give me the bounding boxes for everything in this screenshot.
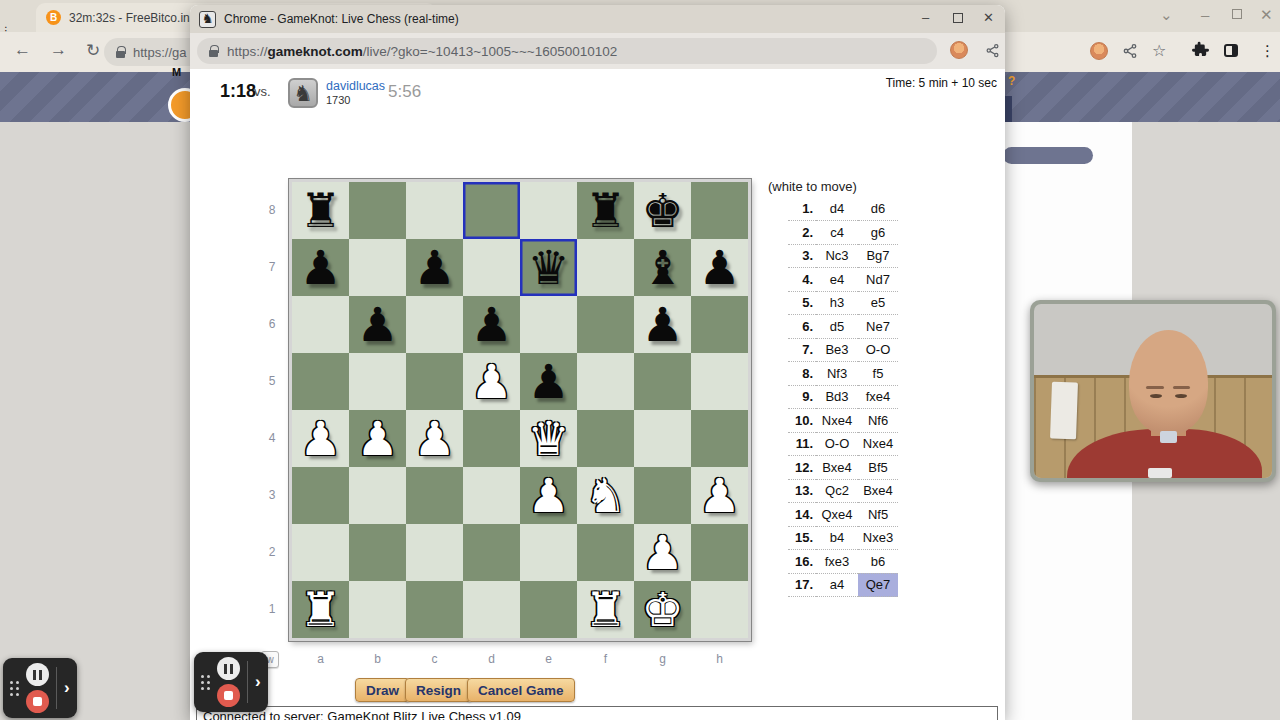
rank-label-4: 4 (262, 410, 282, 467)
piece-wN-f3[interactable]: ♞ (584, 467, 626, 524)
square-e7[interactable]: ♛ (520, 239, 577, 296)
move-number: 12. (788, 456, 816, 480)
square-a4[interactable]: ♟ (292, 410, 349, 467)
popup-minimize-icon[interactable]: – (922, 10, 929, 25)
square-b3[interactable] (349, 467, 406, 524)
bg-restore-icon[interactable] (1232, 9, 1242, 19)
piece-bB-g7[interactable]: ♝ (641, 239, 683, 296)
freebitco-logo-text: M (172, 66, 181, 78)
move-row-4.: 4.e4Nd7 (788, 268, 898, 292)
file-label-e: e (520, 652, 577, 666)
bookmark-star-icon[interactable]: ☆ (1152, 41, 1166, 60)
square-c1[interactable] (406, 581, 463, 638)
move-row-17.: 17.a4Qe7 (788, 573, 898, 597)
webcam-person-brow (1146, 386, 1163, 389)
white-move[interactable]: h3 (816, 291, 858, 315)
square-a5[interactable] (292, 353, 349, 410)
move-number: 14. (788, 503, 816, 527)
black-move[interactable]: fxe4 (858, 385, 898, 409)
piece-bP-h7[interactable]: ♟ (698, 239, 740, 296)
square-h4[interactable] (691, 410, 748, 467)
screen: B 32m:32s - FreeBitco.in - Win f ⌄ – ✕ ⋮… (0, 0, 1280, 720)
piece-bP-b6[interactable]: ♟ (356, 296, 398, 353)
rank-label-5: 5 (262, 353, 282, 410)
time-control-label: Time: 5 min + 10 sec (886, 76, 997, 90)
piece-wP-b4[interactable]: ♟ (356, 410, 398, 467)
divider (247, 661, 248, 703)
server-log: Connected to server: GameKnot Blitz Live… (196, 706, 998, 720)
piece-bQ-e7[interactable]: ♛ (527, 239, 569, 296)
white-move[interactable]: Nxe4 (816, 409, 858, 433)
recording-toolbar: › (3, 658, 77, 718)
square-f5[interactable] (577, 353, 634, 410)
square-b5[interactable] (349, 353, 406, 410)
piece-bP-c7[interactable]: ♟ (413, 239, 455, 296)
expand-chevron-icon[interactable]: › (64, 678, 70, 698)
rank-label-8: 8 (262, 182, 282, 239)
piece-wR-f1[interactable]: ♜ (584, 581, 626, 638)
square-d6[interactable]: ♟ (463, 296, 520, 353)
file-label-f: f (577, 652, 634, 666)
square-e8[interactable] (520, 182, 577, 239)
share-icon[interactable] (1122, 43, 1138, 59)
webcam-video (1034, 304, 1272, 478)
file-label-b: b (349, 652, 406, 666)
webcam-overlay[interactable] (1030, 300, 1276, 482)
piece-wP-d5[interactable]: ♟ (470, 353, 512, 410)
move-number: 7. (788, 338, 816, 362)
square-a2[interactable] (292, 524, 349, 581)
piece-wQ-e4[interactable]: ♛ (527, 410, 569, 467)
file-labels: abcdefgh (292, 652, 748, 666)
square-g1[interactable]: ♚ (634, 581, 691, 638)
popup-close-icon[interactable]: ✕ (983, 10, 994, 25)
bg-minimize-icon[interactable]: – (1201, 6, 1209, 23)
popup-omnibox[interactable]: https://gameknot.com/live/?gko=~10413~10… (197, 38, 937, 64)
white-move[interactable]: c4 (816, 221, 858, 245)
rank-label-2: 2 (262, 524, 282, 581)
expand-chevron-icon[interactable]: › (255, 672, 261, 692)
square-f6[interactable] (577, 296, 634, 353)
square-f4[interactable] (577, 410, 634, 467)
move-number: 9. (788, 385, 816, 409)
black-move[interactable]: Nxe4 (858, 432, 898, 456)
pause-button[interactable] (217, 657, 240, 680)
square-f8[interactable]: ♜ (577, 182, 634, 239)
opponent-avatar-knight-icon: ♞ (288, 78, 318, 108)
square-d1[interactable] (463, 581, 520, 638)
square-b8[interactable] (349, 182, 406, 239)
square-e1[interactable] (520, 581, 577, 638)
popup-title: Chrome - GameKnot: Live Chess (real-time… (224, 12, 459, 26)
square-h2[interactable] (691, 524, 748, 581)
square-g2[interactable]: ♟ (634, 524, 691, 581)
webcam-person-collar (1160, 431, 1177, 443)
black-move[interactable]: g6 (858, 221, 898, 245)
move-row-16.: 16.fxe3b6 (788, 550, 898, 574)
menu-kebab-icon[interactable]: ⋮ (1260, 42, 1275, 60)
square-d5[interactable]: ♟ (463, 353, 520, 410)
pause-button[interactable] (26, 663, 49, 686)
move-row-1.: 1.d4d6 (788, 197, 898, 221)
square-c3[interactable] (406, 467, 463, 524)
webcam-person-brow (1173, 386, 1190, 389)
square-a6[interactable] (292, 296, 349, 353)
move-row-2.: 2.c4g6 (788, 221, 898, 245)
draw-button[interactable]: Draw (355, 678, 410, 702)
white-move[interactable]: Qc2 (816, 479, 858, 503)
piece-bR-a8[interactable]: ♜ (299, 182, 341, 239)
square-a8[interactable]: ♜ (292, 182, 349, 239)
reload-icon[interactable]: ↻ (86, 40, 100, 61)
gameknot-window: ♞ Chrome - GameKnot: Live Chess (real-ti… (190, 5, 1005, 720)
share-icon[interactable] (985, 43, 1000, 58)
square-e5[interactable]: ♟ (520, 353, 577, 410)
file-label-d: d (463, 652, 520, 666)
piece-wP-a4[interactable]: ♟ (299, 410, 341, 467)
piece-wK-g1[interactable]: ♚ (641, 581, 683, 638)
webcam-towel (1050, 382, 1078, 440)
black-move[interactable]: Bxe4 (858, 479, 898, 503)
move-number: 15. (788, 526, 816, 550)
log-line: Connected to server: GameKnot Blitz Live… (203, 709, 991, 720)
black-move[interactable]: Nf6 (858, 409, 898, 433)
square-e2[interactable] (520, 524, 577, 581)
lock-icon (116, 51, 125, 58)
game-page: 1:18 vs. ♞ davidlucas 1730 5:56 Time: 5 … (190, 69, 1005, 720)
move-row-3.: 3.Nc3Bg7 (788, 244, 898, 268)
square-d3[interactable] (463, 467, 520, 524)
move-number: 4. (788, 268, 816, 292)
my-clock: 1:18 (220, 81, 256, 102)
piece-wP-c4[interactable]: ♟ (413, 410, 455, 467)
square-g4[interactable] (634, 410, 691, 467)
square-d2[interactable] (463, 524, 520, 581)
square-a1[interactable]: ♜ (292, 581, 349, 638)
opponent-clock: 5:56 (388, 82, 421, 102)
move-number: 17. (788, 573, 816, 597)
black-move[interactable]: Nd7 (858, 268, 898, 292)
move-number: 6. (788, 315, 816, 339)
forward-icon[interactable]: → (50, 40, 67, 60)
black-move[interactable]: Nf5 (858, 503, 898, 527)
rank-label-6: 6 (262, 296, 282, 353)
move-number: 5. (788, 291, 816, 315)
webcam-person-eye (1175, 394, 1188, 398)
desktop-left (0, 122, 190, 720)
black-move[interactable]: e5 (858, 291, 898, 315)
square-h8[interactable] (691, 182, 748, 239)
square-f7[interactable] (577, 239, 634, 296)
black-move[interactable]: f5 (858, 362, 898, 386)
profile-avatar-icon[interactable] (1090, 42, 1108, 60)
opponent-name-link[interactable]: davidlucas (326, 79, 385, 93)
bg-close-icon[interactable]: ✕ (1260, 6, 1273, 24)
move-number: 13. (788, 479, 816, 503)
square-h3[interactable]: ♟ (691, 467, 748, 524)
move-list: 1.d4d62.c4g63.Nc3Bg74.e4Nd75.h3e56.d5Ne7… (788, 197, 898, 597)
square-b4[interactable]: ♟ (349, 410, 406, 467)
white-move[interactable]: a4 (816, 573, 858, 597)
square-f1[interactable]: ♜ (577, 581, 634, 638)
cancel-game-button[interactable]: Cancel Game (467, 678, 575, 702)
move-row-8.: 8.Nf3f5 (788, 362, 898, 386)
popup-url-bar: https://gameknot.com/live/?gko=~10413~10… (190, 33, 1005, 69)
piece-bP-e5[interactable]: ♟ (527, 353, 569, 410)
rank-label-7: 7 (262, 239, 282, 296)
popup-maximize-icon[interactable] (953, 13, 963, 23)
white-move[interactable]: Nf3 (816, 362, 858, 386)
background-url: https://ga (133, 45, 186, 60)
square-h1[interactable] (691, 581, 748, 638)
square-f3[interactable]: ♞ (577, 467, 634, 524)
white-move[interactable]: O-O (816, 432, 858, 456)
file-label-g: g (634, 652, 691, 666)
profile-avatar-icon[interactable] (950, 41, 968, 59)
drag-handle-icon[interactable] (201, 675, 210, 690)
square-d7[interactable] (463, 239, 520, 296)
square-e4[interactable]: ♛ (520, 410, 577, 467)
move-row-10.: 10.Nxe4Nf6 (788, 409, 898, 433)
square-b6[interactable]: ♟ (349, 296, 406, 353)
piece-wP-g2[interactable]: ♟ (641, 524, 683, 581)
board-frame: ♜♜♚♟♟♛♝♟♟♟♟♟♟♟♟♟♛♟♞♟♟♜♜♚ (289, 179, 751, 641)
move-number: 16. (788, 550, 816, 574)
square-e3[interactable]: ♟ (520, 467, 577, 524)
black-move[interactable]: Nxe3 (858, 526, 898, 550)
white-move[interactable]: b4 (816, 526, 858, 550)
square-e6[interactable] (520, 296, 577, 353)
move-number: 8. (788, 362, 816, 386)
square-h5[interactable] (691, 353, 748, 410)
square-g7[interactable]: ♝ (634, 239, 691, 296)
white-move[interactable]: Bxe4 (816, 456, 858, 480)
move-number: 10. (788, 409, 816, 433)
gameknot-knight-favicon: ♞ (199, 11, 216, 28)
square-g5[interactable] (634, 353, 691, 410)
file-label-h: h (691, 652, 748, 666)
white-move[interactable]: fxe3 (816, 550, 858, 574)
white-move[interactable]: Nc3 (816, 244, 858, 268)
square-h7[interactable]: ♟ (691, 239, 748, 296)
drag-handle-icon[interactable] (10, 681, 19, 696)
square-b7[interactable] (349, 239, 406, 296)
white-move[interactable]: e4 (816, 268, 858, 292)
black-move[interactable]: Bf5 (858, 456, 898, 480)
move-row-6.: 6.d5Ne7 (788, 315, 898, 339)
black-move[interactable]: b6 (858, 550, 898, 574)
black-move[interactable]: O-O (858, 338, 898, 362)
square-c7[interactable]: ♟ (406, 239, 463, 296)
square-b2[interactable] (349, 524, 406, 581)
rank-label-3: 3 (262, 467, 282, 524)
move-row-15.: 15.b4Nxe3 (788, 526, 898, 550)
square-f2[interactable] (577, 524, 634, 581)
webcam-person-head (1129, 330, 1208, 434)
resign-button[interactable]: Resign (405, 678, 472, 702)
rank-labels: 87654321 (262, 182, 282, 638)
recording-toolbar: › (194, 652, 268, 712)
move-row-5.: 5.h3e5 (788, 291, 898, 315)
black-move-current[interactable]: Qe7 (858, 573, 898, 597)
square-h6[interactable] (691, 296, 748, 353)
black-move[interactable]: d6 (858, 197, 898, 221)
popup-url: https://gameknot.com/live/?gko=~10413~10… (227, 44, 617, 59)
move-number: 1. (788, 197, 816, 221)
stop-button[interactable] (26, 690, 49, 713)
file-label-c: c (406, 652, 463, 666)
back-icon[interactable]: ← (14, 40, 31, 60)
stop-button[interactable] (217, 684, 240, 707)
black-move[interactable]: Bg7 (858, 244, 898, 268)
black-move[interactable]: Ne7 (858, 315, 898, 339)
move-row-9.: 9.Bd3fxe4 (788, 385, 898, 409)
square-c2[interactable] (406, 524, 463, 581)
square-a3[interactable] (292, 467, 349, 524)
piece-bP-a7[interactable]: ♟ (299, 239, 341, 296)
divider (56, 667, 57, 709)
webcam-person-eye (1150, 394, 1163, 398)
white-move[interactable]: Qxe4 (816, 503, 858, 527)
move-number: 11. (788, 432, 816, 456)
move-row-14.: 14.Qxe4Nf5 (788, 503, 898, 527)
vs-label: vs. (254, 84, 271, 99)
piece-bP-d6[interactable]: ♟ (470, 296, 512, 353)
white-move[interactable]: d5 (816, 315, 858, 339)
white-move[interactable]: Be3 (816, 338, 858, 362)
popup-title-bar[interactable]: ♞ Chrome - GameKnot: Live Chess (real-ti… (190, 5, 1005, 33)
chess-board: ♜♜♚♟♟♛♝♟♟♟♟♟♟♟♟♟♛♟♞♟♟♜♜♚ (292, 182, 748, 638)
bitcoin-icon: B (46, 10, 61, 25)
turn-status: (white to move) (768, 179, 857, 194)
square-g3[interactable] (634, 467, 691, 524)
square-g6[interactable]: ♟ (634, 296, 691, 353)
extensions-icon[interactable] (1192, 41, 1209, 58)
white-move[interactable]: d4 (816, 197, 858, 221)
move-row-11.: 11.O-ONxe4 (788, 432, 898, 456)
square-c5[interactable] (406, 353, 463, 410)
white-move[interactable]: Bd3 (816, 385, 858, 409)
piece-bK-g8[interactable]: ♚ (641, 182, 683, 239)
square-b1[interactable] (349, 581, 406, 638)
piece-wP-e3[interactable]: ♟ (527, 467, 569, 524)
square-d8[interactable] (463, 182, 520, 239)
move-number: 3. (788, 244, 816, 268)
rank-label-1: 1 (262, 581, 282, 638)
piece-bR-f8[interactable]: ♜ (584, 182, 626, 239)
move-row-12.: 12.Bxe4Bf5 (788, 456, 898, 480)
webcam-person-tag (1148, 468, 1172, 478)
freebitco-pill (1003, 147, 1093, 164)
freebitco-question-icon: ? (1008, 74, 1015, 88)
file-label-a: a (292, 652, 349, 666)
piece-wP-h3[interactable]: ♟ (698, 467, 740, 524)
move-row-7.: 7.Be3O-O (788, 338, 898, 362)
piece-bP-g6[interactable]: ♟ (641, 296, 683, 353)
square-c4[interactable]: ♟ (406, 410, 463, 467)
lock-icon (209, 50, 218, 57)
square-c8[interactable] (406, 182, 463, 239)
chevron-down-icon[interactable]: ⌄ (1160, 6, 1173, 24)
square-g8[interactable]: ♚ (634, 182, 691, 239)
move-number: 2. (788, 221, 816, 245)
side-panel-icon[interactable] (1224, 44, 1238, 57)
square-c6[interactable] (406, 296, 463, 353)
square-d4[interactable] (463, 410, 520, 467)
square-a7[interactable]: ♟ (292, 239, 349, 296)
opponent-rating: 1730 (326, 94, 350, 106)
move-row-13.: 13.Qc2Bxe4 (788, 479, 898, 503)
piece-wR-a1[interactable]: ♜ (299, 581, 341, 638)
